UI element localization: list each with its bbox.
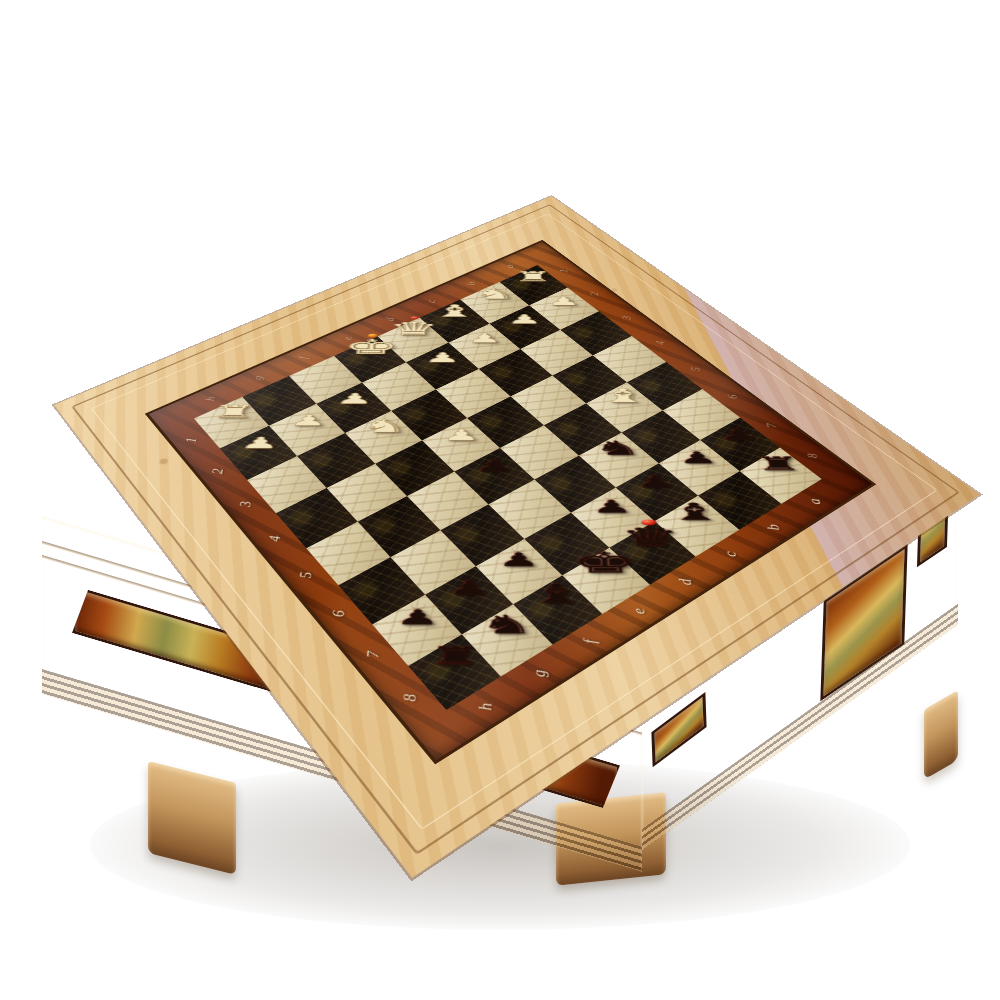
- box-top-face: hhggffeeddccbbaa1122334455667788 ♜♝♛♚♝♞♜…: [54, 196, 980, 878]
- file-label-far-f: f: [296, 357, 311, 359]
- rank-label-far-5: 5: [688, 367, 704, 371]
- rank-label-far-1: 1: [557, 269, 571, 272]
- square-e7: [524, 513, 609, 576]
- product-photo: hhggffeeddccbbaa1122334455667788 ♜♝♛♚♝♞♜…: [0, 0, 1000, 1000]
- file-label-far-b: b: [464, 282, 478, 285]
- square-b7: [659, 440, 740, 496]
- rank-label-far-4: 4: [653, 341, 668, 345]
- rank-label-1: 1: [182, 438, 200, 443]
- file-label-far-d: d: [383, 318, 398, 322]
- file-label-far-e: e: [340, 337, 355, 340]
- square-f6: [440, 504, 524, 566]
- rank-label-far-6: 6: [725, 395, 741, 399]
- rank-label-far-3: 3: [619, 316, 634, 320]
- file-label-far-a: a: [503, 265, 517, 268]
- file-label-far-h: h: [202, 397, 218, 401]
- file-label-far-c: c: [424, 300, 438, 303]
- square-c7: [616, 463, 698, 521]
- rank-label-far-2: 2: [587, 292, 601, 296]
- square-d6: [535, 456, 616, 513]
- file-label-far-g: g: [250, 376, 266, 380]
- rank-label-far-7: 7: [763, 423, 780, 427]
- perspective-scene: hhggffeeddccbbaa1122334455667788 ♜♝♛♚♝♞♜…: [0, 0, 1000, 1000]
